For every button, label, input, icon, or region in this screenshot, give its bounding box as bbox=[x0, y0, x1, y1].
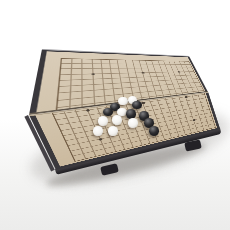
board-foot-right bbox=[184, 139, 202, 151]
product-photo-stage bbox=[0, 0, 230, 230]
star-point bbox=[178, 71, 181, 73]
star-point bbox=[141, 72, 144, 74]
star-point bbox=[91, 73, 95, 75]
grid-cell bbox=[208, 124, 215, 129]
star-point bbox=[185, 96, 188, 98]
board-foot-left bbox=[100, 163, 119, 176]
